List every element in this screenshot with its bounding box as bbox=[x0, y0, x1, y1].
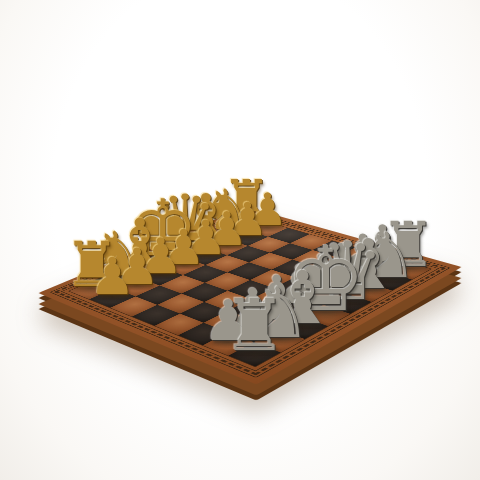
white-pawn-glyph: ♟ bbox=[90, 252, 136, 303]
black-rook-glyph: ♜ bbox=[223, 290, 287, 361]
pieces-layer: ♜♞♝♛♚♝♞♜♟♟♟♟♟♟♟♟♟♟♟♟♟♟♟♟♜♞♝♛♚♝♞♜ bbox=[0, 0, 480, 480]
chess-set-photo: ♜♞♝♛♚♝♞♜♟♟♟♟♟♟♟♟♟♟♟♟♟♟♟♟♜♞♝♛♚♝♞♜ bbox=[0, 0, 480, 480]
